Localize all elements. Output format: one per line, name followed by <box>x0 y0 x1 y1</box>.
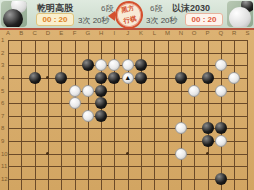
column-label: R <box>229 30 239 36</box>
stone-white <box>215 59 227 71</box>
stone-black <box>55 72 67 84</box>
stone-white <box>215 135 227 147</box>
column-label: B <box>16 30 26 36</box>
column-label: P <box>203 30 213 36</box>
grid-line <box>208 40 209 190</box>
row-label: 1 <box>1 37 8 43</box>
grid-line <box>247 40 248 190</box>
white-player-timer: 00 : 20 <box>185 13 223 26</box>
column-label: I <box>109 30 119 36</box>
column-label: E <box>56 30 66 36</box>
grid-line <box>154 40 155 190</box>
white-player-rank: 6段 <box>150 3 162 14</box>
stone-black <box>95 85 107 97</box>
stone-white <box>108 59 120 71</box>
stone-black <box>29 72 41 84</box>
grid-line <box>168 40 169 190</box>
grid-line <box>181 40 182 190</box>
row-label: 2 <box>1 50 8 56</box>
row-label: 12 <box>1 176 8 182</box>
row-label: 5 <box>1 88 8 94</box>
row-label: 11 <box>1 163 8 169</box>
stone-black <box>202 135 214 147</box>
grid-line <box>48 40 49 190</box>
stone-white <box>82 110 94 122</box>
column-label: K <box>136 30 146 36</box>
stone-black <box>82 59 94 71</box>
column-label: Q <box>216 30 226 36</box>
turn-stamp: 黑方 行棋 <box>112 0 145 32</box>
grid-line <box>75 40 76 190</box>
stone-white <box>175 122 187 134</box>
stone-white <box>69 85 81 97</box>
stone-black <box>95 72 107 84</box>
stone-black <box>95 97 107 109</box>
grid-line <box>21 40 22 190</box>
grid-line <box>61 40 62 190</box>
row-label: 3 <box>1 62 8 68</box>
column-label: H <box>96 30 106 36</box>
stone-black <box>175 72 187 84</box>
black-player-timer: 00 : 20 <box>36 13 74 26</box>
star-point <box>126 152 129 155</box>
black-stone-icon <box>3 9 23 27</box>
last-move-marker: ▲ <box>122 72 134 84</box>
stone-black <box>135 59 147 71</box>
column-label: M <box>163 30 173 36</box>
star-point <box>46 152 49 155</box>
column-label: G <box>83 30 93 36</box>
grid-line <box>194 40 195 190</box>
column-label: F <box>70 30 80 36</box>
stone-white <box>188 85 200 97</box>
stone-white <box>82 85 94 97</box>
row-label: 9 <box>1 138 8 144</box>
grid-line <box>234 40 235 190</box>
stone-black <box>108 72 120 84</box>
white-stone-icon <box>229 7 251 27</box>
white-player-byoyomi: 3次 20秒 <box>146 15 178 26</box>
stone-black <box>215 173 227 185</box>
star-point <box>46 76 49 79</box>
row-label: 10 <box>1 151 8 157</box>
grid-line <box>8 40 9 190</box>
white-player-avatar[interactable] <box>227 1 253 27</box>
column-label: C <box>30 30 40 36</box>
stone-white <box>175 148 187 160</box>
row-label: 8 <box>1 125 8 131</box>
row-label: 6 <box>1 100 8 106</box>
stone-white <box>215 85 227 97</box>
column-label: A <box>3 30 13 36</box>
stone-black <box>215 122 227 134</box>
stone-black <box>202 72 214 84</box>
grid-line <box>35 40 36 190</box>
top-bar: 乾明高股 6段 00 : 20 3次 20秒 黑方 行棋 6段 以沫2030 3… <box>0 0 254 28</box>
black-player-byoyomi: 3次 20秒 <box>78 15 110 26</box>
row-label: 7 <box>1 113 8 119</box>
column-label: N <box>176 30 186 36</box>
go-app-window: 乾明高股 6段 00 : 20 3次 20秒 黑方 行棋 6段 以沫2030 3… <box>0 0 254 190</box>
star-point <box>206 152 209 155</box>
black-player-avatar[interactable] <box>1 1 27 27</box>
stone-black <box>135 72 147 84</box>
stone-white <box>95 59 107 71</box>
column-label: O <box>189 30 199 36</box>
column-label: L <box>149 30 159 36</box>
column-label: S <box>242 30 252 36</box>
go-board[interactable]: ABCDEFGHIJKLMNOPQRS123456789101112▲ <box>0 30 254 190</box>
stone-white <box>69 97 81 109</box>
column-label: D <box>43 30 53 36</box>
stone-white <box>122 59 134 71</box>
stone-black <box>202 122 214 134</box>
column-label: J <box>123 30 133 36</box>
row-label: 4 <box>1 75 8 81</box>
stone-black <box>95 110 107 122</box>
stone-white <box>228 72 240 84</box>
